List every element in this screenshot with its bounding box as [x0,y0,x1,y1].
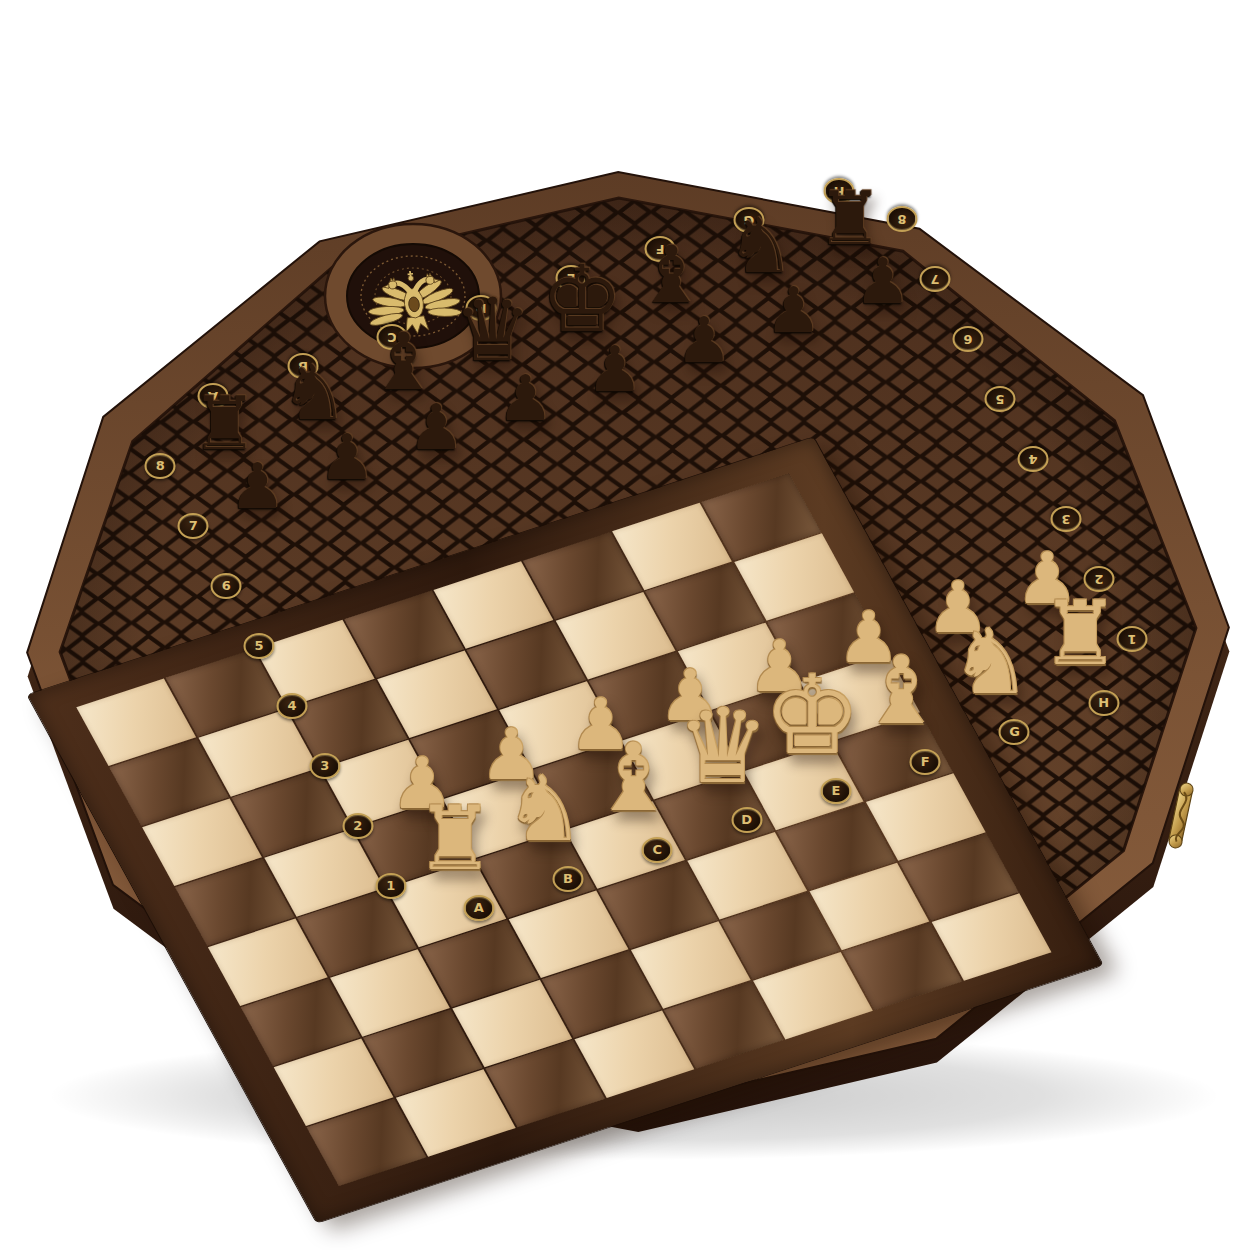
coord-medallion-7: 7 [178,513,209,539]
white-knight-b1[interactable]: ♞ [504,764,585,854]
white-bishop-f1[interactable]: ♝ [859,643,943,737]
coord-medallion-e: E [820,778,851,804]
coord-medallion-c: C [642,837,673,863]
coord-medallion-4: 4 [277,693,308,719]
coord-medallion-7-far: 7 [919,266,950,292]
coord-medallion-5: 5 [244,633,275,659]
black-pawn-c7[interactable]: ♟ [408,396,464,459]
black-pawn-f7[interactable]: ♟ [676,308,732,371]
coord-medallion-1: 1 [375,873,406,899]
white-rook-a1[interactable]: ♜ [416,795,495,883]
black-pawn-a7[interactable]: ♟ [229,455,285,518]
coord-medallion-3: 3 [309,753,340,779]
coord-medallion-g: G [999,719,1030,745]
white-bishop-c1[interactable]: ♝ [591,731,675,825]
coord-medallion-2: 2 [342,813,373,839]
black-pawn-b7[interactable]: ♟ [319,425,375,488]
coord-medallion-f: F [910,749,941,775]
white-king-e1[interactable]: ♚ [763,661,861,770]
coord-medallion-8: 8 [145,453,176,479]
black-pawn-h7[interactable]: ♟ [854,249,910,312]
coord-medallion-6: 6 [211,573,242,599]
chess-box-photo: 1AA12BB23CC34DD45EE56FF67GG78HH8 ♜♞♝♛♚♝♞… [0,0,1250,1250]
coord-medallion-8-far: 8 [886,206,917,232]
coord-medallion-b: B [552,866,583,892]
black-pawn-e7[interactable]: ♟ [587,337,643,400]
coord-medallion-h: H [1088,690,1119,716]
white-rook-h1[interactable]: ♜ [1041,589,1120,677]
black-pawn-d7[interactable]: ♟ [497,367,553,430]
white-queen-d1[interactable]: ♛ [677,695,769,798]
coord-medallion-d: D [731,807,762,833]
white-knight-g1[interactable]: ♞ [950,617,1031,707]
black-pawn-g7[interactable]: ♟ [765,279,821,342]
coord-medallion-6-far: 6 [952,326,983,352]
coord-medallion-a: A [463,895,494,921]
